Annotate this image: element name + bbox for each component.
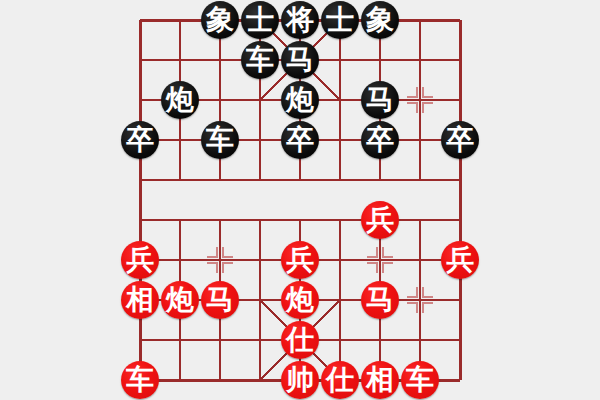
- piece-red-soldier[interactable]: 兵: [121, 241, 159, 279]
- piece-black-chariot[interactable]: 车: [241, 41, 279, 79]
- piece-black-soldier[interactable]: 卒: [441, 121, 479, 159]
- piece-black-advisor[interactable]: 士: [321, 1, 359, 39]
- piece-red-elephant[interactable]: 相: [121, 281, 159, 319]
- piece-black-advisor[interactable]: 士: [241, 1, 279, 39]
- piece-black-soldier[interactable]: 卒: [361, 121, 399, 159]
- piece-black-general[interactable]: 将: [281, 1, 319, 39]
- piece-red-chariot[interactable]: 车: [401, 361, 439, 399]
- piece-red-horse[interactable]: 马: [201, 281, 239, 319]
- piece-red-cannon[interactable]: 炮: [161, 281, 199, 319]
- piece-red-general[interactable]: 帅: [281, 361, 319, 399]
- piece-red-horse[interactable]: 马: [361, 281, 399, 319]
- piece-black-elephant[interactable]: 象: [201, 1, 239, 39]
- piece-black-cannon[interactable]: 炮: [281, 81, 319, 119]
- piece-black-cannon[interactable]: 炮: [161, 81, 199, 119]
- piece-black-elephant[interactable]: 象: [361, 1, 399, 39]
- piece-black-soldier[interactable]: 卒: [281, 121, 319, 159]
- xiangqi-board[interactable]: 象士将士象车马炮炮马卒车卒卒卒兵兵兵兵相炮马炮马仕车帅仕相车: [120, 0, 480, 400]
- xiangqi-game-screen: 象士将士象车马炮炮马卒车卒卒卒兵兵兵兵相炮马炮马仕车帅仕相车: [0, 0, 600, 400]
- piece-red-advisor[interactable]: 仕: [281, 321, 319, 359]
- piece-black-soldier[interactable]: 卒: [121, 121, 159, 159]
- piece-red-soldier[interactable]: 兵: [281, 241, 319, 279]
- piece-black-horse[interactable]: 马: [281, 41, 319, 79]
- piece-red-soldier[interactable]: 兵: [361, 201, 399, 239]
- piece-black-horse[interactable]: 马: [361, 81, 399, 119]
- piece-red-chariot[interactable]: 车: [121, 361, 159, 399]
- piece-red-elephant[interactable]: 相: [361, 361, 399, 399]
- piece-red-soldier[interactable]: 兵: [441, 241, 479, 279]
- piece-red-advisor[interactable]: 仕: [321, 361, 359, 399]
- piece-black-chariot[interactable]: 车: [201, 121, 239, 159]
- piece-red-cannon[interactable]: 炮: [281, 281, 319, 319]
